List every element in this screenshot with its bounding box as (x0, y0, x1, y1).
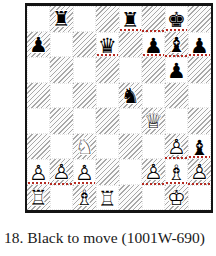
square-e2 (119, 159, 142, 185)
square-a3 (27, 134, 50, 160)
square-b4 (50, 108, 73, 134)
white-pawn-c2: ♟♙ (74, 160, 95, 184)
black-pawn-h7: ♟♟ (189, 33, 210, 57)
square-b5 (50, 83, 73, 109)
square-h2: ♟♙ (188, 159, 211, 185)
square-h7: ♟♟ (188, 32, 211, 58)
square-h1 (188, 185, 211, 211)
square-c6 (73, 57, 96, 83)
black-rook-b8: ♜♜ (50, 6, 73, 32)
square-b3 (50, 134, 73, 160)
black-king-g8: ♚♚ (166, 7, 187, 31)
square-c8 (73, 6, 96, 32)
square-a2: ♟♙ (27, 159, 50, 185)
square-a4 (27, 108, 50, 134)
square-h3: ♝♝ (188, 134, 211, 160)
square-f5 (142, 83, 165, 109)
square-e7 (119, 32, 142, 58)
square-b8: ♜♜ (50, 6, 73, 32)
white-pawn-f2: ♟♙ (142, 159, 165, 185)
square-g1: ♚♔ (165, 185, 188, 211)
white-pawn-a2: ♟♙ (28, 160, 49, 184)
square-a6 (27, 57, 50, 83)
square-a7: ♟♟ (27, 32, 50, 58)
square-h8 (188, 6, 211, 32)
square-f3 (142, 134, 165, 160)
square-g3: ♟♙ (165, 134, 188, 160)
square-b2: ♟♙ (50, 159, 73, 185)
square-e5: ♞♞ (119, 83, 142, 109)
black-knight-e5: ♞♞ (119, 83, 142, 109)
diagram-caption: 18. Black to move (1001W-690) (4, 229, 214, 247)
square-g4 (165, 108, 188, 134)
black-bishop-g7: ♝♝ (165, 32, 188, 58)
white-pawn-h2: ♟♙ (188, 159, 211, 185)
square-g6: ♟♟ (165, 57, 188, 83)
square-c5 (73, 83, 96, 109)
square-e6 (119, 57, 142, 83)
square-c7 (73, 32, 96, 58)
square-b7 (50, 32, 73, 58)
square-h4 (188, 108, 211, 134)
square-e4 (119, 108, 142, 134)
chess-board: ♜♜♜♜♚♚♟♟♛♛♟♟♝♝♟♟♟♟♞♞♛♕♞♘♟♙♝♝♟♙♟♙♟♙♟♙♝♗♟♙… (27, 6, 211, 210)
square-f4: ♛♕ (142, 108, 165, 134)
square-d2 (96, 159, 119, 185)
black-bishop-h3: ♝♝ (189, 135, 210, 159)
square-g5 (165, 83, 188, 109)
square-a1: ♜♖ (27, 185, 50, 211)
white-pawn-g3: ♟♙ (165, 134, 188, 160)
square-e3 (119, 134, 142, 160)
square-c1: ♝♗ (73, 185, 96, 211)
white-rook-a1: ♜♖ (27, 185, 50, 211)
square-g8: ♚♚ (165, 6, 188, 32)
square-a5 (27, 83, 50, 109)
black-pawn-a7: ♟♟ (27, 32, 50, 58)
white-rook-d1: ♜♖ (97, 186, 118, 210)
square-b1 (50, 185, 73, 211)
black-queen-d7: ♛♛ (97, 33, 118, 57)
square-c4 (73, 108, 96, 134)
white-king-g1: ♚♔ (165, 185, 188, 211)
square-c3: ♞♘ (73, 134, 96, 160)
square-h5 (188, 83, 211, 109)
black-pawn-f7: ♟♟ (143, 33, 164, 57)
square-d1: ♜♖ (96, 185, 119, 211)
square-e8: ♜♜ (119, 6, 142, 32)
square-e1 (119, 185, 142, 211)
chess-board-frame: ♜♜♜♜♚♚♟♟♛♛♟♟♝♝♟♟♟♟♞♞♛♕♞♘♟♙♝♝♟♙♟♙♟♙♟♙♝♗♟♙… (25, 3, 213, 213)
square-d3 (96, 134, 119, 160)
white-bishop-c1: ♝♗ (73, 185, 96, 211)
square-f7: ♟♟ (142, 32, 165, 58)
white-queen-f4: ♛♕ (142, 108, 165, 134)
square-f6 (142, 57, 165, 83)
square-d4 (96, 108, 119, 134)
black-rook-e8: ♜♜ (120, 7, 141, 31)
square-c2: ♟♙ (73, 159, 96, 185)
square-g2: ♝♗ (165, 159, 188, 185)
square-f2: ♟♙ (142, 159, 165, 185)
square-d7: ♛♛ (96, 32, 119, 58)
square-g7: ♝♝ (165, 32, 188, 58)
white-bishop-g2: ♝♗ (166, 160, 187, 184)
square-f1 (142, 185, 165, 211)
white-pawn-b2: ♟♙ (50, 159, 73, 185)
square-h6 (188, 57, 211, 83)
square-f8 (142, 6, 165, 32)
square-d8 (96, 6, 119, 32)
black-pawn-g6: ♟♟ (166, 58, 187, 82)
white-knight-c3: ♞♘ (73, 134, 96, 160)
square-a8 (27, 6, 50, 32)
square-d5 (96, 83, 119, 109)
square-d6 (96, 57, 119, 83)
square-b6 (50, 57, 73, 83)
